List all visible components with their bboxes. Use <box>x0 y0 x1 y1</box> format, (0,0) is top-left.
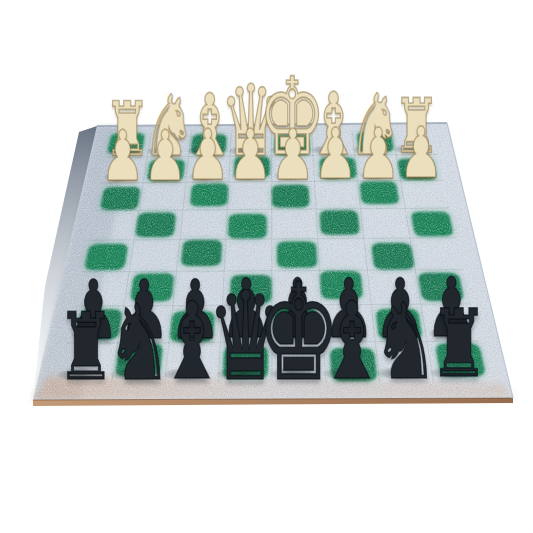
piece-shadow <box>162 367 212 381</box>
piece-shadow <box>402 169 433 180</box>
piece-shadow <box>268 367 319 381</box>
piece-shadow <box>310 145 349 156</box>
piece-shadow <box>227 145 266 156</box>
piece-shadow <box>188 171 218 182</box>
piece-shadow <box>269 145 308 156</box>
piece-shadow <box>316 170 346 181</box>
piece-shadow <box>146 171 176 182</box>
piece-shadow <box>186 146 225 157</box>
piece-shadow <box>109 368 159 382</box>
piece-shadow <box>393 144 432 155</box>
piece-shadow <box>145 146 184 157</box>
piece-shadow <box>428 366 479 380</box>
piece-shadow <box>326 327 362 340</box>
piece-shadow <box>56 368 106 382</box>
piece-shadow <box>351 144 390 155</box>
piece-shadow <box>104 172 134 183</box>
piece-shadow <box>377 327 414 340</box>
piece-shadow <box>70 329 106 342</box>
piece-shadow <box>274 170 304 181</box>
piece-shadow <box>322 367 373 381</box>
piece-shadow <box>375 366 426 380</box>
piece-shadow <box>359 170 389 181</box>
piece-shadow <box>104 146 143 157</box>
piece-shadow <box>121 328 157 341</box>
piece-shadow <box>172 328 208 341</box>
piece-shadow <box>223 328 259 341</box>
piece-shadow <box>428 327 465 340</box>
piece-shadow <box>231 171 261 182</box>
piece-shadow <box>215 367 265 381</box>
photo-scene: ♜♞♝♛♚♝♞♜♟♟♟♟♟♟♟♟♟♟♟♟♟♟♟♟♜♞♝♛♚♝♞♜ <box>0 0 533 533</box>
chess-board[interactable] <box>0 0 533 533</box>
piece-shadow <box>274 328 310 341</box>
